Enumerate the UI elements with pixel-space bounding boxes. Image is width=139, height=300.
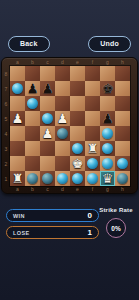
board-square-b7[interactable]: ♟ xyxy=(25,81,40,96)
rank-label: 7 xyxy=(3,81,9,96)
strike-rate: Strike Rate 0% xyxy=(97,207,135,238)
board-square-g4[interactable] xyxy=(100,126,115,141)
board-square-e8[interactable] xyxy=(70,66,85,81)
strike-rate-label: Strike Rate xyxy=(97,207,135,213)
blue-ball-piece xyxy=(87,158,98,169)
blue-ball-piece xyxy=(117,173,128,184)
file-label: a xyxy=(10,186,25,192)
board-square-f6[interactable] xyxy=(85,96,100,111)
board-square-g5[interactable]: ♟ xyxy=(100,111,115,126)
rank-label: 6 xyxy=(3,96,9,111)
board-square-b5[interactable] xyxy=(25,111,40,126)
white-pawn-piece: ♟ xyxy=(42,127,54,140)
board-square-g3[interactable] xyxy=(100,141,115,156)
lose-counter: LOSE 1 xyxy=(6,226,99,239)
board-square-c4[interactable]: ♟ xyxy=(40,126,55,141)
board-square-c1[interactable] xyxy=(40,171,55,186)
file-labels-top: abcdefgh xyxy=(10,59,130,65)
board-square-h7[interactable] xyxy=(115,81,130,96)
blue-ball-piece xyxy=(27,98,38,109)
rank-label: 1 xyxy=(3,171,9,186)
board-square-f8[interactable] xyxy=(85,66,100,81)
win-value: 0 xyxy=(88,211,92,220)
file-label: h xyxy=(115,59,130,65)
rank-label: 8 xyxy=(3,66,9,81)
board-square-b6[interactable] xyxy=(25,96,40,111)
white-rook-piece: ♜ xyxy=(87,142,99,155)
board-square-h2[interactable] xyxy=(115,156,130,171)
white-rook-piece: ♜ xyxy=(12,172,24,185)
blue-ball-piece xyxy=(102,158,113,169)
board-square-f7[interactable] xyxy=(85,81,100,96)
file-label: b xyxy=(25,186,40,192)
board-square-f5[interactable] xyxy=(85,111,100,126)
rank-labels-left: 87654321 xyxy=(3,66,9,186)
blue-ball-piece xyxy=(72,143,83,154)
board-square-e7[interactable] xyxy=(70,81,85,96)
board-square-g8[interactable] xyxy=(100,66,115,81)
board-square-c7[interactable]: ♟ xyxy=(40,81,55,96)
board-square-d6[interactable] xyxy=(55,96,70,111)
blue-ball-piece xyxy=(72,173,83,184)
file-label: d xyxy=(55,59,70,65)
board-square-h3[interactable] xyxy=(115,141,130,156)
board-square-d3[interactable] xyxy=(55,141,70,156)
stats-panel: WIN 0 LOSE 1 Strike Rate 0% xyxy=(0,206,139,256)
file-label: g xyxy=(100,59,115,65)
board-square-e1[interactable] xyxy=(70,171,85,186)
board-square-h4[interactable] xyxy=(115,126,130,141)
black-pawn-piece: ♟ xyxy=(42,82,54,95)
rank-label: 5 xyxy=(3,111,9,126)
app-screen: Back Undo abcdefgh 87654321 ♟♟♚♟♟♟♟♜♚♜♛ … xyxy=(0,0,139,300)
board-square-e6[interactable] xyxy=(70,96,85,111)
board-square-c5[interactable] xyxy=(40,111,55,126)
board-square-d4[interactable] xyxy=(55,126,70,141)
board-square-c6[interactable] xyxy=(40,96,55,111)
board-square-g7[interactable]: ♚ xyxy=(100,81,115,96)
undo-button[interactable]: Undo xyxy=(88,36,131,52)
board-square-b4[interactable] xyxy=(25,126,40,141)
board-square-e3[interactable] xyxy=(70,141,85,156)
blue-ball-piece xyxy=(102,128,113,139)
strike-rate-value: 0% xyxy=(111,225,120,232)
white-queen-piece: ♛ xyxy=(102,172,114,185)
blue-ball-piece xyxy=(117,158,128,169)
board-square-h5[interactable] xyxy=(115,111,130,126)
board-square-d1[interactable] xyxy=(55,171,70,186)
board-square-e5[interactable] xyxy=(70,111,85,126)
black-pawn-piece: ♟ xyxy=(102,112,114,125)
back-button[interactable]: Back xyxy=(8,36,50,52)
file-label: f xyxy=(85,186,100,192)
blue-ball-piece xyxy=(12,83,23,94)
board-square-g2[interactable] xyxy=(100,156,115,171)
file-label: c xyxy=(40,59,55,65)
file-label: c xyxy=(40,186,55,192)
board-square-h6[interactable] xyxy=(115,96,130,111)
blue-ball-piece xyxy=(102,143,113,154)
blue-ball-piece xyxy=(27,173,38,184)
board-square-a5[interactable]: ♟ xyxy=(10,111,25,126)
board-square-b8[interactable] xyxy=(25,66,40,81)
board-square-h1[interactable] xyxy=(115,171,130,186)
board-square-f4[interactable] xyxy=(85,126,100,141)
white-pawn-piece: ♟ xyxy=(57,112,69,125)
board-grid: ♟♟♚♟♟♟♟♜♚♜♛ xyxy=(10,66,130,186)
file-labels-bottom: abcdefgh xyxy=(10,186,130,192)
board-square-c2[interactable] xyxy=(40,156,55,171)
rank-label: 2 xyxy=(3,156,9,171)
board-square-f1[interactable] xyxy=(85,171,100,186)
file-label: e xyxy=(70,186,85,192)
top-toolbar: Back Undo xyxy=(0,36,139,52)
blue-ball-piece xyxy=(42,173,53,184)
file-label: a xyxy=(10,59,25,65)
file-label: d xyxy=(55,186,70,192)
black-king-piece: ♚ xyxy=(102,82,114,95)
board-square-a3[interactable] xyxy=(10,141,25,156)
board-square-b1[interactable] xyxy=(25,171,40,186)
blue-ball-piece xyxy=(42,113,53,124)
board-square-e4[interactable] xyxy=(70,126,85,141)
blue-ball-piece xyxy=(87,173,98,184)
blue-ball-piece xyxy=(57,173,68,184)
board-square-e2[interactable]: ♚ xyxy=(70,156,85,171)
board-square-a7[interactable] xyxy=(10,81,25,96)
board-square-d8[interactable] xyxy=(55,66,70,81)
file-label: e xyxy=(70,59,85,65)
rank-label: 4 xyxy=(3,126,9,141)
board-square-a6[interactable] xyxy=(10,96,25,111)
board-square-b2[interactable] xyxy=(25,156,40,171)
board-square-d5[interactable]: ♟ xyxy=(55,111,70,126)
white-pawn-piece: ♟ xyxy=(12,112,24,125)
board-square-c8[interactable] xyxy=(40,66,55,81)
board-square-f3[interactable]: ♜ xyxy=(85,141,100,156)
win-label: WIN xyxy=(13,213,25,219)
board-square-g1[interactable]: ♛ xyxy=(100,171,115,186)
board-square-g6[interactable] xyxy=(100,96,115,111)
board-square-a2[interactable] xyxy=(10,156,25,171)
lose-value: 1 xyxy=(88,228,92,237)
strike-rate-circle: 0% xyxy=(106,218,126,238)
blue-ball-piece xyxy=(57,128,68,139)
white-king-piece: ♚ xyxy=(72,157,84,170)
board-square-h8[interactable] xyxy=(115,66,130,81)
win-counter: WIN 0 xyxy=(6,209,99,222)
black-pawn-piece: ♟ xyxy=(27,82,39,95)
file-label: g xyxy=(100,186,115,192)
chess-board: abcdefgh 87654321 ♟♟♚♟♟♟♟♜♚♜♛ abcdefgh xyxy=(1,57,138,194)
rank-label: 3 xyxy=(3,141,9,156)
board-square-a4[interactable] xyxy=(10,126,25,141)
board-square-c3[interactable] xyxy=(40,141,55,156)
board-square-d2[interactable] xyxy=(55,156,70,171)
file-label: f xyxy=(85,59,100,65)
board-square-a1[interactable]: ♜ xyxy=(10,171,25,186)
board-square-f2[interactable] xyxy=(85,156,100,171)
file-label: h xyxy=(115,186,130,192)
file-label: b xyxy=(25,59,40,65)
board-square-a8[interactable] xyxy=(10,66,25,81)
board-square-b3[interactable] xyxy=(25,141,40,156)
board-square-d7[interactable] xyxy=(55,81,70,96)
lose-label: LOSE xyxy=(13,230,30,236)
